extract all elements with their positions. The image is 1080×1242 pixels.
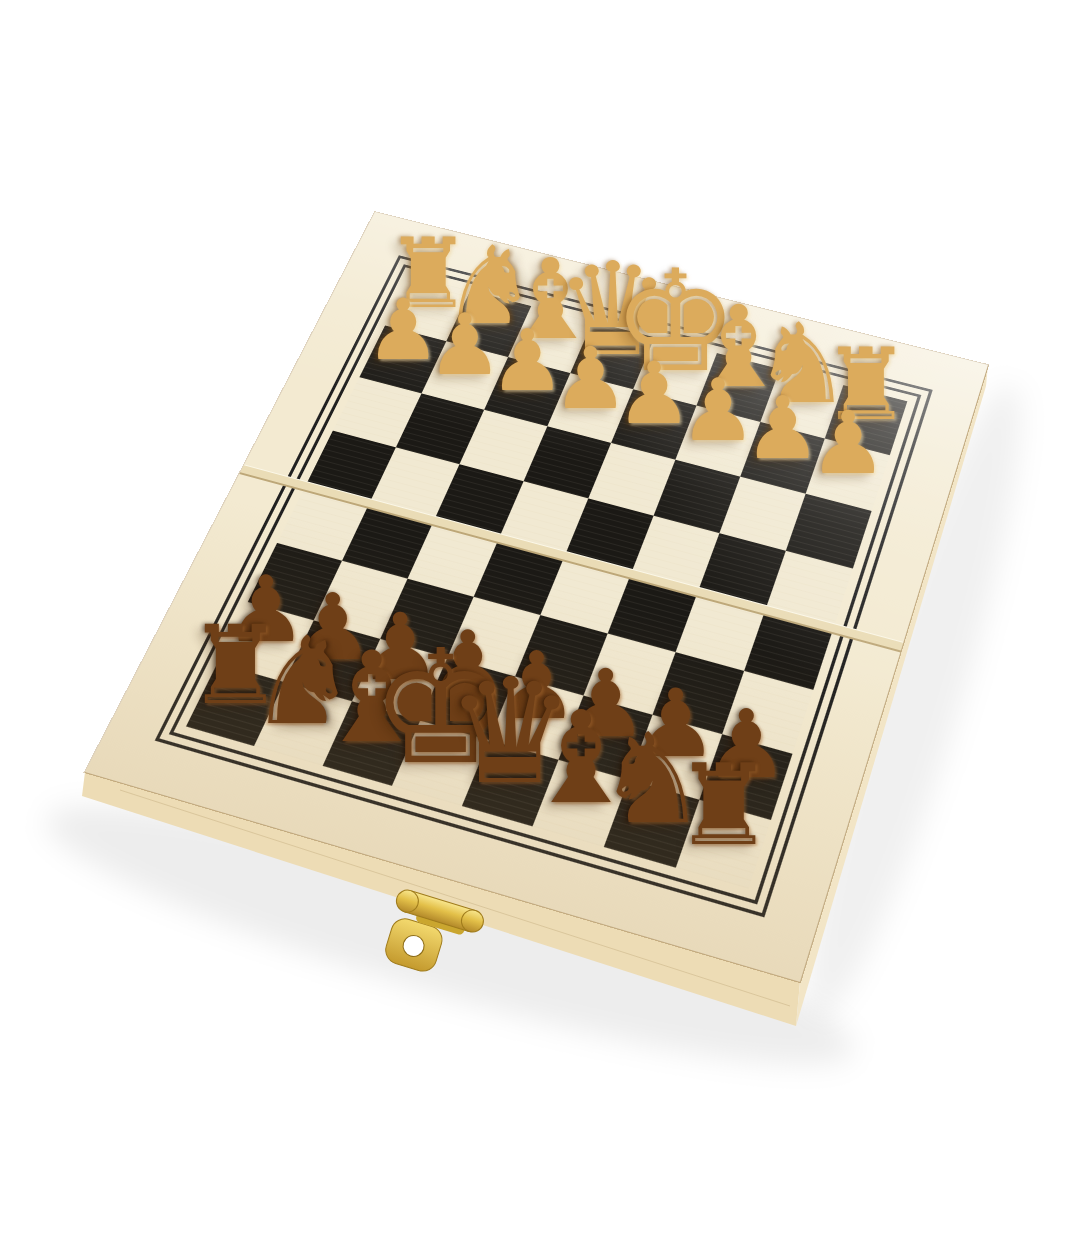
product-photo-canvas: ♜♞♝♛♚♝♞♜♟♟♟♟♟♟♟♟♟♟♟♟♟♟♟♟♜♞♝♚♛♝♞♜	[0, 0, 1080, 1242]
piece-dark-rook-a8[interactable]: ♜	[673, 748, 774, 860]
piece-white-pawn-a2[interactable]: ♟	[809, 401, 887, 488]
